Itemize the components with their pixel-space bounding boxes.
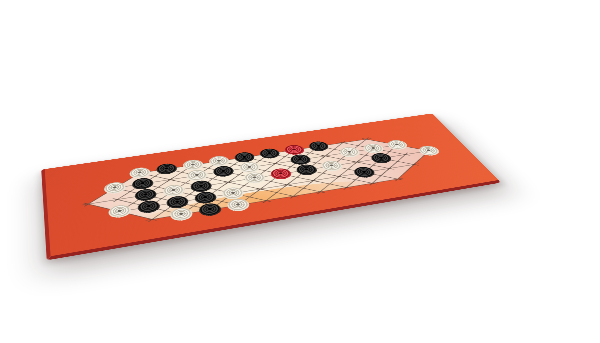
board-perspective-wrapper	[41, 113, 501, 260]
piece-white-man[interactable]	[108, 204, 133, 220]
board-point[interactable]	[73, 196, 104, 213]
product-photo-scene	[0, 0, 600, 343]
piece-white-man[interactable]	[416, 145, 442, 157]
